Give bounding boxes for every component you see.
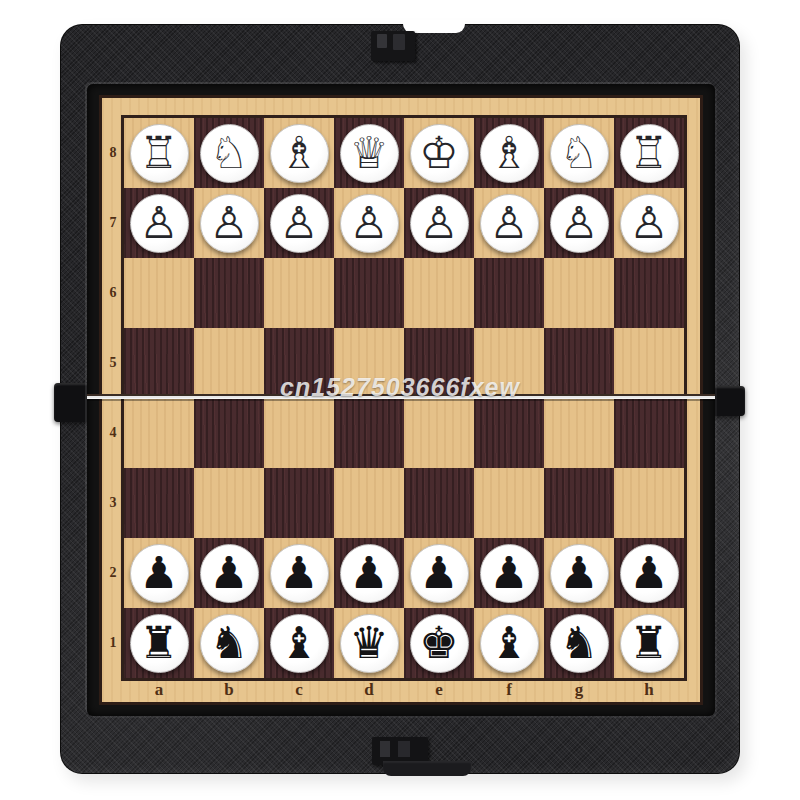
case-top-latch [371, 31, 415, 61]
square-d6 [334, 258, 404, 328]
square-e6 [404, 258, 474, 328]
watermark-text: cn1527503666fxew [280, 373, 520, 402]
white-knight: ♘ [200, 124, 259, 183]
rank-label-1: 1 [102, 608, 124, 678]
file-label-g: g [544, 678, 614, 702]
rank-label-2: 2 [102, 538, 124, 608]
square-a2: ♟ [124, 538, 194, 608]
square-e7: ♙ [404, 188, 474, 258]
square-c3 [264, 468, 334, 538]
file-label-e: e [404, 678, 474, 702]
square-c7: ♙ [264, 188, 334, 258]
square-c4 [264, 398, 334, 468]
white-bishop: ♗ [270, 124, 329, 183]
white-queen: ♕ [340, 124, 399, 183]
square-e3 [404, 468, 474, 538]
file-label-c: c [264, 678, 334, 702]
square-g5 [544, 328, 614, 398]
square-f6 [474, 258, 544, 328]
square-a5 [124, 328, 194, 398]
white-rook: ♖ [130, 124, 189, 183]
square-g1: ♞ [544, 608, 614, 678]
square-h3 [614, 468, 684, 538]
square-e8: ♔ [404, 118, 474, 188]
square-b2: ♟ [194, 538, 264, 608]
square-f2: ♟ [474, 538, 544, 608]
square-a1: ♜ [124, 608, 194, 678]
black-pawn: ♟ [340, 544, 399, 603]
black-queen: ♛ [340, 614, 399, 673]
white-king: ♔ [410, 124, 469, 183]
square-a4 [124, 398, 194, 468]
file-label-f: f [474, 678, 544, 702]
square-b3 [194, 468, 264, 538]
square-b5 [194, 328, 264, 398]
square-a8: ♖ [124, 118, 194, 188]
square-c8: ♗ [264, 118, 334, 188]
white-pawn: ♙ [340, 194, 399, 253]
black-bishop: ♝ [270, 614, 329, 673]
square-g7: ♙ [544, 188, 614, 258]
square-h5 [614, 328, 684, 398]
square-c6 [264, 258, 334, 328]
rank-label-6: 6 [102, 258, 124, 328]
rank-label-5: 5 [102, 328, 124, 398]
black-pawn: ♟ [620, 544, 679, 603]
white-knight: ♘ [550, 124, 609, 183]
square-h1: ♜ [614, 608, 684, 678]
black-pawn: ♟ [410, 544, 469, 603]
square-b8: ♘ [194, 118, 264, 188]
square-b7: ♙ [194, 188, 264, 258]
file-labels: abcdefgh [124, 678, 684, 702]
square-e4 [404, 398, 474, 468]
square-f4 [474, 398, 544, 468]
square-f3 [474, 468, 544, 538]
file-label-h: h [614, 678, 684, 702]
white-pawn: ♙ [550, 194, 609, 253]
square-a7: ♙ [124, 188, 194, 258]
rank-label-3: 3 [102, 468, 124, 538]
white-pawn: ♙ [200, 194, 259, 253]
square-c1: ♝ [264, 608, 334, 678]
white-rook: ♖ [620, 124, 679, 183]
file-label-a: a [124, 678, 194, 702]
white-pawn: ♙ [410, 194, 469, 253]
white-pawn: ♙ [480, 194, 539, 253]
square-d4 [334, 398, 404, 468]
square-h7: ♙ [614, 188, 684, 258]
square-g3 [544, 468, 614, 538]
square-c2: ♟ [264, 538, 334, 608]
square-b1: ♞ [194, 608, 264, 678]
square-h4 [614, 398, 684, 468]
white-pawn: ♙ [620, 194, 679, 253]
black-bishop: ♝ [480, 614, 539, 673]
file-label-d: d [334, 678, 404, 702]
square-d7: ♙ [334, 188, 404, 258]
black-rook: ♜ [130, 614, 189, 673]
square-g6 [544, 258, 614, 328]
black-king: ♚ [410, 614, 469, 673]
black-knight: ♞ [200, 614, 259, 673]
white-pawn: ♙ [130, 194, 189, 253]
square-h6 [614, 258, 684, 328]
square-g2: ♟ [544, 538, 614, 608]
white-bishop: ♗ [480, 124, 539, 183]
square-e1: ♚ [404, 608, 474, 678]
square-b4 [194, 398, 264, 468]
square-d8: ♕ [334, 118, 404, 188]
black-rook: ♜ [620, 614, 679, 673]
square-a3 [124, 468, 194, 538]
square-a6 [124, 258, 194, 328]
black-knight: ♞ [550, 614, 609, 673]
rank-label-4: 4 [102, 398, 124, 468]
square-h2: ♟ [614, 538, 684, 608]
product-photo: 87654321 abcdefgh ♖♘♗♕♔♗♘♖♙♙♙♙♙♙♙♙♟♟♟♟♟♟… [0, 0, 800, 800]
black-pawn: ♟ [130, 544, 189, 603]
square-b6 [194, 258, 264, 328]
square-f8: ♗ [474, 118, 544, 188]
square-e2: ♟ [404, 538, 474, 608]
white-pawn: ♙ [270, 194, 329, 253]
square-g4 [544, 398, 614, 468]
case-bottom-foot [383, 761, 471, 776]
square-h8: ♖ [614, 118, 684, 188]
square-f1: ♝ [474, 608, 544, 678]
rank-label-8: 8 [102, 118, 124, 188]
black-pawn: ♟ [270, 544, 329, 603]
black-pawn: ♟ [200, 544, 259, 603]
black-pawn: ♟ [550, 544, 609, 603]
square-f7: ♙ [474, 188, 544, 258]
square-d3 [334, 468, 404, 538]
square-d2: ♟ [334, 538, 404, 608]
square-d1: ♛ [334, 608, 404, 678]
case-edge-highlight [782, 84, 798, 744]
square-g8: ♘ [544, 118, 614, 188]
black-pawn: ♟ [480, 544, 539, 603]
rank-label-7: 7 [102, 188, 124, 258]
file-label-b: b [194, 678, 264, 702]
